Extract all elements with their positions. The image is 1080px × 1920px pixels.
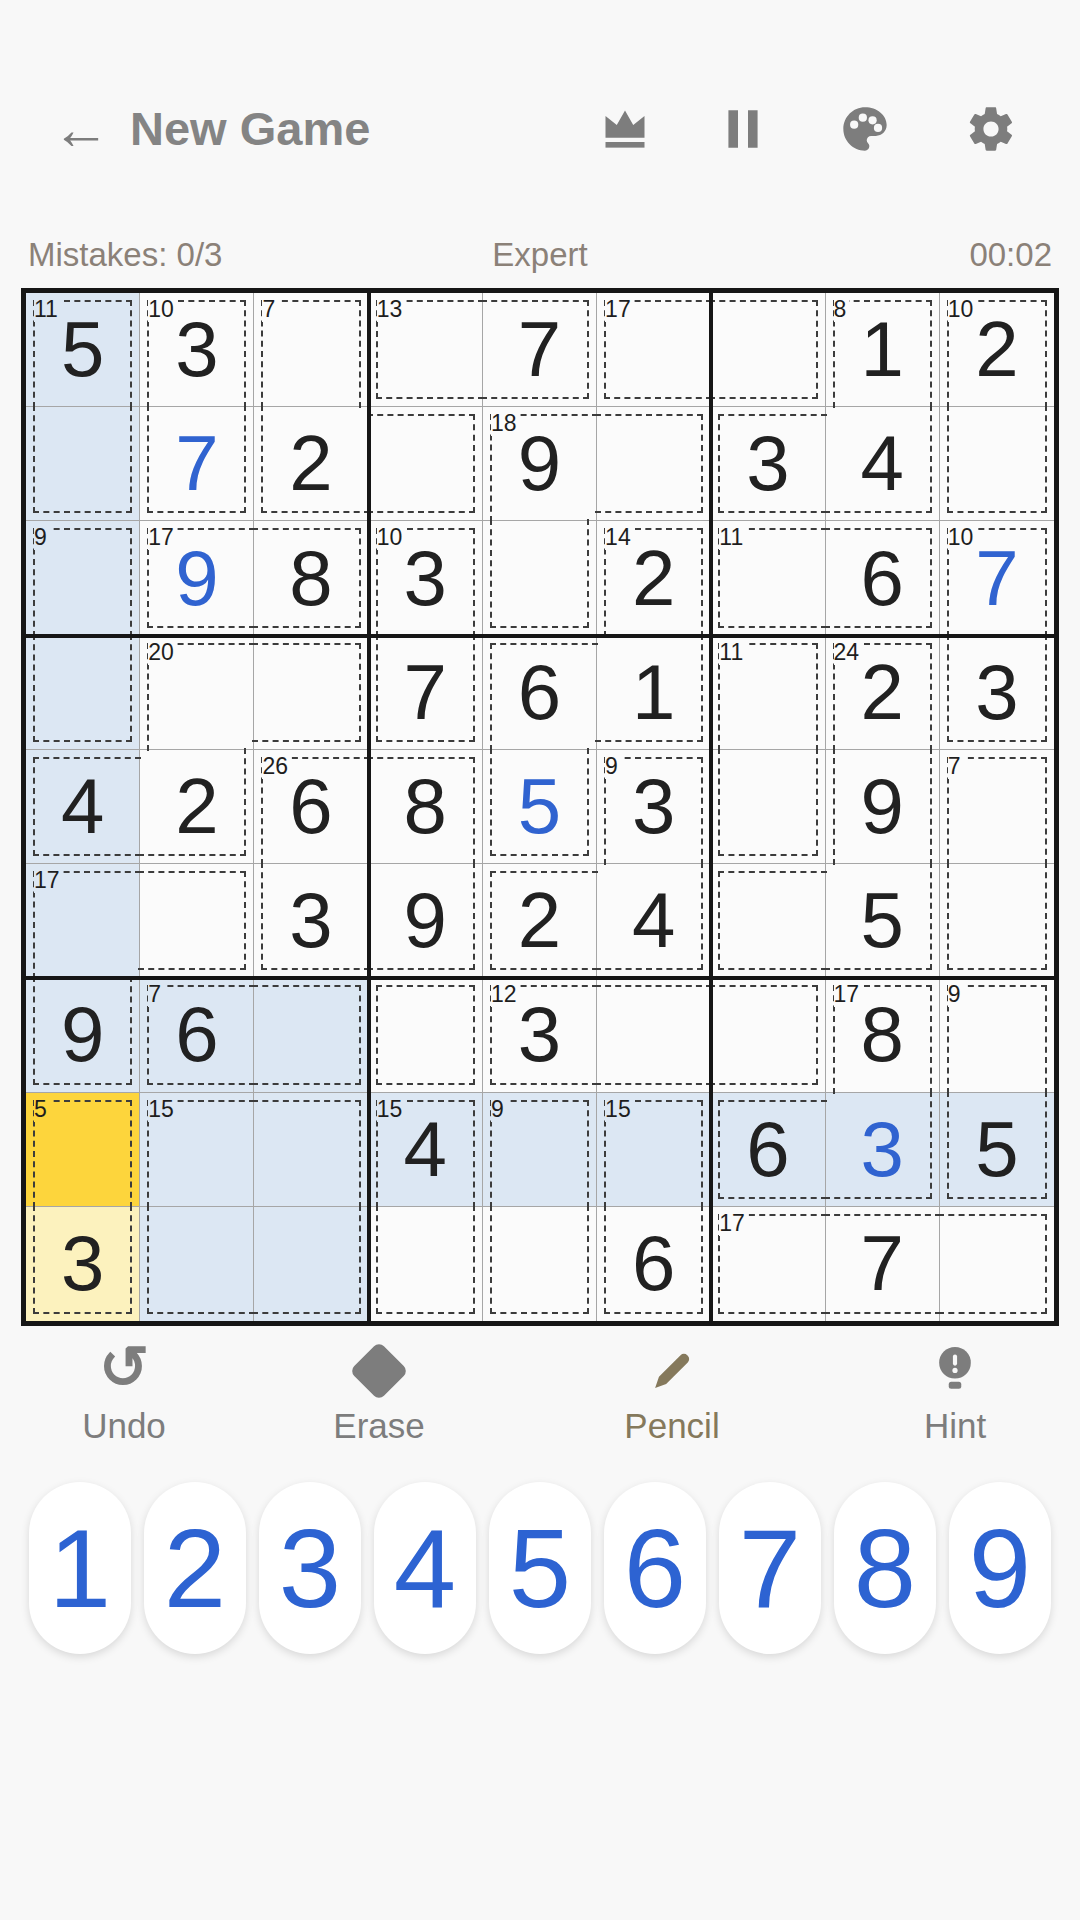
cage-sum: 7	[262, 296, 278, 322]
box-divider-h1	[26, 634, 1054, 638]
numpad-3[interactable]: 3	[259, 1482, 361, 1654]
cell-r7c7[interactable]	[711, 978, 825, 1092]
cell-r8c4[interactable]: 154	[369, 1093, 483, 1207]
cell-r3c8[interactable]: 6	[826, 521, 940, 635]
cell-r6c6[interactable]: 4	[597, 864, 711, 978]
cage-sum: 13	[377, 296, 406, 322]
sudoku-board: 1151037137178110272189349179810314211610…	[21, 288, 1059, 1326]
box-divider-v2	[709, 293, 713, 1321]
hint-label: Hint	[875, 1406, 1035, 1446]
cell-r4c7[interactable]: 11	[711, 636, 825, 750]
sudoku-grid: 1151037137178110272189349179810314211610…	[26, 293, 1054, 1321]
cell-r7c2[interactable]: 76	[140, 978, 254, 1092]
given-digit: 2	[483, 864, 596, 977]
cell-r9c1[interactable]: 3	[26, 1207, 140, 1321]
given-digit: 6	[597, 1207, 710, 1321]
given-digit: 6	[140, 978, 253, 1091]
cell-r2c1[interactable]	[26, 407, 140, 521]
given-digit: 3	[940, 636, 1054, 749]
cell-r7c6[interactable]	[597, 978, 711, 1092]
cell-r9c3[interactable]	[254, 1207, 368, 1321]
cell-r3c5[interactable]	[483, 521, 597, 635]
cell-r5c7[interactable]	[711, 750, 825, 864]
given-digit: 4	[369, 1093, 482, 1206]
cage-sum: 17	[34, 867, 63, 893]
undo-button[interactable]: ↺ Undo	[44, 1336, 204, 1456]
cell-r5c8[interactable]: 9	[826, 750, 940, 864]
given-digit: 9	[483, 407, 596, 520]
cell-r9c9[interactable]	[940, 1207, 1054, 1321]
cell-r5c4[interactable]: 8	[369, 750, 483, 864]
gear-icon[interactable]	[962, 100, 1020, 158]
cage-sum: 9	[34, 524, 50, 550]
numpad-2[interactable]: 2	[144, 1482, 246, 1654]
given-digit: 2	[826, 636, 939, 749]
cell-r6c1[interactable]: 17	[26, 864, 140, 978]
given-digit: 5	[940, 1093, 1054, 1206]
given-digit: 4	[826, 407, 939, 520]
cell-r5c1[interactable]: 4	[26, 750, 140, 864]
cell-r9c8[interactable]: 7	[826, 1207, 940, 1321]
cell-r9c6[interactable]: 6	[597, 1207, 711, 1321]
cell-r4c6[interactable]: 1	[597, 636, 711, 750]
hint-button[interactable]: Hint	[875, 1336, 1035, 1456]
given-digit: 8	[254, 521, 367, 634]
cell-r7c9[interactable]: 9	[940, 978, 1054, 1092]
pencil-button[interactable]: Pencil	[592, 1336, 752, 1456]
cell-r3c7[interactable]: 11	[711, 521, 825, 635]
cell-r7c1[interactable]: 9	[26, 978, 140, 1092]
pencil-label: Pencil	[592, 1406, 752, 1446]
given-digit: 2	[940, 293, 1054, 406]
undo-label: Undo	[44, 1406, 204, 1446]
box-divider-h2	[26, 976, 1054, 980]
numpad-9[interactable]: 9	[949, 1482, 1051, 1654]
cell-r1c4[interactable]: 13	[369, 293, 483, 407]
given-digit: 9	[26, 978, 139, 1091]
cell-r4c9[interactable]: 3	[940, 636, 1054, 750]
killer-sudoku-screen: ← New Game Mistakes: 0/3 Expert 00:02 11…	[0, 0, 1080, 1920]
given-digit: 1	[826, 293, 939, 406]
user-digit: 5	[483, 750, 596, 863]
erase-button[interactable]: Erase	[299, 1336, 459, 1456]
undo-icon: ↺	[99, 1338, 149, 1398]
cell-r3c3[interactable]: 8	[254, 521, 368, 635]
numpad-8[interactable]: 8	[834, 1482, 936, 1654]
cage-sum: 17	[605, 296, 634, 322]
cell-r1c1[interactable]: 115	[26, 293, 140, 407]
cell-r7c8[interactable]: 178	[826, 978, 940, 1092]
box-divider-v1	[367, 293, 371, 1321]
given-digit: 7	[826, 1207, 939, 1321]
cell-r2c4[interactable]	[369, 407, 483, 521]
numpad-1[interactable]: 1	[29, 1482, 131, 1654]
cell-r6c8[interactable]: 5	[826, 864, 940, 978]
cage-sum: 11	[719, 524, 746, 550]
given-digit: 8	[369, 750, 482, 863]
cell-r1c8[interactable]: 81	[826, 293, 940, 407]
cell-r1c9[interactable]: 102	[940, 293, 1054, 407]
cell-r4c8[interactable]: 242	[826, 636, 940, 750]
given-digit: 3	[140, 293, 253, 406]
cell-r8c1[interactable]: 5	[26, 1093, 140, 1207]
given-digit: 4	[26, 750, 139, 863]
cell-r2c3[interactable]: 2	[254, 407, 368, 521]
user-digit: 9	[140, 521, 253, 634]
cell-r2c9[interactable]	[940, 407, 1054, 521]
numpad: 123456789	[29, 1482, 1051, 1654]
given-digit: 9	[826, 750, 939, 863]
cell-r5c2[interactable]: 2	[140, 750, 254, 864]
cell-r8c8[interactable]: 3	[826, 1093, 940, 1207]
hint-bulb-icon	[930, 1342, 980, 1398]
given-digit: 5	[26, 293, 139, 406]
eraser-icon	[349, 1341, 408, 1400]
cage-sum: 11	[719, 639, 746, 665]
cell-r9c5[interactable]	[483, 1207, 597, 1321]
cell-r1c6[interactable]: 17	[597, 293, 711, 407]
cell-r1c3[interactable]: 7	[254, 293, 368, 407]
user-digit: 3	[826, 1093, 939, 1206]
numpad-6[interactable]: 6	[604, 1482, 706, 1654]
given-digit: 6	[826, 521, 939, 634]
difficulty-label: Expert	[0, 236, 1080, 274]
cell-r4c1[interactable]	[26, 636, 140, 750]
cell-r9c2[interactable]	[140, 1207, 254, 1321]
given-digit: 2	[597, 521, 710, 634]
cell-r6c4[interactable]: 9	[369, 864, 483, 978]
cell-r2c2[interactable]: 7	[140, 407, 254, 521]
cell-r5c9[interactable]: 7	[940, 750, 1054, 864]
cage-sum: 9	[491, 1096, 507, 1122]
cell-r5c5[interactable]: 5	[483, 750, 597, 864]
erase-label: Erase	[299, 1406, 459, 1446]
cell-r1c7[interactable]	[711, 293, 825, 407]
cage-sum: 7	[948, 753, 964, 779]
user-digit: 7	[140, 407, 253, 520]
given-digit: 3	[483, 978, 596, 1091]
crown-icon[interactable]	[596, 100, 654, 158]
cell-r8c3[interactable]	[254, 1093, 368, 1207]
user-digit: 7	[940, 521, 1054, 634]
cell-r3c4[interactable]: 103	[369, 521, 483, 635]
numpad-5[interactable]: 5	[489, 1482, 591, 1654]
cell-r8c2[interactable]: 15	[140, 1093, 254, 1207]
cell-r1c5[interactable]: 7	[483, 293, 597, 407]
cell-r3c9[interactable]: 107	[940, 521, 1054, 635]
cell-r2c5[interactable]: 189	[483, 407, 597, 521]
cage-sum: 17	[719, 1210, 748, 1236]
numpad-7[interactable]: 7	[719, 1482, 821, 1654]
given-digit: 7	[369, 636, 482, 749]
cell-r6c3[interactable]: 3	[254, 864, 368, 978]
cell-r6c7[interactable]	[711, 864, 825, 978]
cell-r5c6[interactable]: 93	[597, 750, 711, 864]
given-digit: 5	[826, 864, 939, 977]
cage-sum: 9	[948, 981, 964, 1007]
status-bar: Mistakes: 0/3 Expert 00:02	[0, 236, 1080, 276]
cell-r1c2[interactable]: 103	[140, 293, 254, 407]
cage-sum: 15	[148, 1096, 177, 1122]
page-title: New Game	[130, 96, 370, 162]
given-digit: 3	[597, 750, 710, 863]
back-button[interactable]: ←	[52, 94, 110, 164]
cell-r8c6[interactable]: 15	[597, 1093, 711, 1207]
given-digit: 6	[254, 750, 367, 863]
given-digit: 9	[369, 864, 482, 977]
cell-r7c4[interactable]	[369, 978, 483, 1092]
cell-r8c9[interactable]: 5	[940, 1093, 1054, 1207]
given-digit: 4	[597, 864, 710, 977]
cell-r3c6[interactable]: 142	[597, 521, 711, 635]
given-digit: 3	[26, 1207, 139, 1321]
given-digit: 6	[483, 636, 596, 749]
cell-r7c3[interactable]	[254, 978, 368, 1092]
pencil-icon	[645, 1344, 699, 1398]
given-digit: 3	[369, 521, 482, 634]
cell-r4c4[interactable]: 7	[369, 636, 483, 750]
palette-icon[interactable]	[836, 100, 894, 158]
cell-r4c3[interactable]	[254, 636, 368, 750]
cage-sum: 20	[148, 639, 177, 665]
cell-r5c3[interactable]: 266	[254, 750, 368, 864]
cell-r8c5[interactable]: 9	[483, 1093, 597, 1207]
cell-r7c5[interactable]: 123	[483, 978, 597, 1092]
cell-r4c5[interactable]: 6	[483, 636, 597, 750]
cell-r6c2[interactable]	[140, 864, 254, 978]
given-digit: 2	[140, 750, 253, 863]
timer: 00:02	[969, 236, 1052, 274]
cell-r3c1[interactable]: 9	[26, 521, 140, 635]
cell-r6c5[interactable]: 2	[483, 864, 597, 978]
cell-r8c7[interactable]: 6	[711, 1093, 825, 1207]
cell-r6c9[interactable]	[940, 864, 1054, 978]
given-digit: 7	[483, 293, 596, 406]
header: ← New Game	[0, 88, 1080, 178]
cell-r2c6[interactable]	[597, 407, 711, 521]
given-digit: 3	[711, 407, 824, 520]
pause-icon[interactable]	[714, 100, 772, 158]
cell-r2c8[interactable]: 4	[826, 407, 940, 521]
given-digit: 2	[254, 407, 367, 520]
given-digit: 3	[254, 864, 367, 977]
cage-sum: 5	[34, 1096, 50, 1122]
numpad-4[interactable]: 4	[374, 1482, 476, 1654]
given-digit: 8	[826, 978, 939, 1091]
given-digit: 1	[597, 636, 710, 749]
cell-r4c2[interactable]: 20	[140, 636, 254, 750]
cell-r2c7[interactable]: 3	[711, 407, 825, 521]
given-digit: 6	[711, 1093, 824, 1206]
cell-r9c7[interactable]: 17	[711, 1207, 825, 1321]
cell-r9c4[interactable]	[369, 1207, 483, 1321]
cell-r3c2[interactable]: 179	[140, 521, 254, 635]
cage-sum: 15	[605, 1096, 634, 1122]
